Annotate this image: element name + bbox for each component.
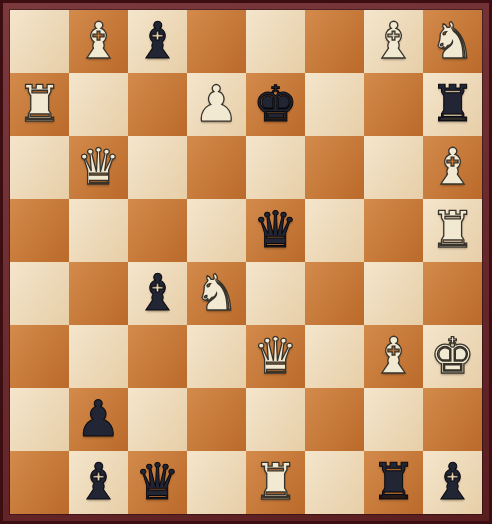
square-d4[interactable]: ♞ xyxy=(187,262,246,325)
square-c1[interactable]: ♛ xyxy=(128,451,187,514)
square-h8[interactable]: ♞ xyxy=(423,10,482,73)
square-h2[interactable] xyxy=(423,388,482,451)
square-f7[interactable] xyxy=(305,73,364,136)
square-h1[interactable]: ♝ xyxy=(423,451,482,514)
white-knight-piece[interactable]: ♞ xyxy=(194,262,239,325)
square-f3[interactable] xyxy=(305,325,364,388)
square-d7[interactable]: ♟ xyxy=(187,73,246,136)
black-bishop-piece[interactable]: ♝ xyxy=(430,451,475,514)
square-f4[interactable] xyxy=(305,262,364,325)
square-a1[interactable] xyxy=(10,451,69,514)
square-g5[interactable] xyxy=(364,199,423,262)
square-g6[interactable] xyxy=(364,136,423,199)
black-pawn-piece[interactable]: ♟ xyxy=(76,388,121,451)
white-pawn-piece[interactable]: ♟ xyxy=(194,73,239,136)
square-a6[interactable] xyxy=(10,136,69,199)
square-g3[interactable]: ♝ xyxy=(364,325,423,388)
square-c3[interactable] xyxy=(128,325,187,388)
board-frame: ♝♝♝♞♜♟♚♜♛♝♛♜♝♞♛♝♚♟♝♛♜♜♝ xyxy=(0,0,492,524)
black-rook-piece[interactable]: ♜ xyxy=(430,73,475,136)
square-d2[interactable] xyxy=(187,388,246,451)
square-d1[interactable] xyxy=(187,451,246,514)
square-a4[interactable] xyxy=(10,262,69,325)
square-h7[interactable]: ♜ xyxy=(423,73,482,136)
square-e7[interactable]: ♚ xyxy=(246,73,305,136)
square-f2[interactable] xyxy=(305,388,364,451)
square-f5[interactable] xyxy=(305,199,364,262)
white-bishop-piece[interactable]: ♝ xyxy=(371,325,416,388)
square-g2[interactable] xyxy=(364,388,423,451)
square-b4[interactable] xyxy=(69,262,128,325)
square-a5[interactable] xyxy=(10,199,69,262)
square-b7[interactable] xyxy=(69,73,128,136)
square-d8[interactable] xyxy=(187,10,246,73)
square-e6[interactable] xyxy=(246,136,305,199)
black-rook-piece[interactable]: ♜ xyxy=(371,451,416,514)
square-a2[interactable] xyxy=(10,388,69,451)
square-h3[interactable]: ♚ xyxy=(423,325,482,388)
white-rook-piece[interactable]: ♜ xyxy=(253,451,298,514)
white-king-piece[interactable]: ♚ xyxy=(430,325,475,388)
square-g8[interactable]: ♝ xyxy=(364,10,423,73)
square-b8[interactable]: ♝ xyxy=(69,10,128,73)
square-b5[interactable] xyxy=(69,199,128,262)
white-queen-piece[interactable]: ♛ xyxy=(253,325,298,388)
black-bishop-piece[interactable]: ♝ xyxy=(135,262,180,325)
square-e1[interactable]: ♜ xyxy=(246,451,305,514)
square-e2[interactable] xyxy=(246,388,305,451)
white-queen-piece[interactable]: ♛ xyxy=(76,136,121,199)
square-e4[interactable] xyxy=(246,262,305,325)
white-rook-piece[interactable]: ♜ xyxy=(430,199,475,262)
square-g7[interactable] xyxy=(364,73,423,136)
square-c5[interactable] xyxy=(128,199,187,262)
square-b1[interactable]: ♝ xyxy=(69,451,128,514)
white-bishop-piece[interactable]: ♝ xyxy=(76,10,121,73)
square-c8[interactable]: ♝ xyxy=(128,10,187,73)
square-e3[interactable]: ♛ xyxy=(246,325,305,388)
square-d3[interactable] xyxy=(187,325,246,388)
white-bishop-piece[interactable]: ♝ xyxy=(371,10,416,73)
square-f6[interactable] xyxy=(305,136,364,199)
white-knight-piece[interactable]: ♞ xyxy=(430,10,475,73)
square-h5[interactable]: ♜ xyxy=(423,199,482,262)
black-king-piece[interactable]: ♚ xyxy=(253,73,298,136)
square-h6[interactable]: ♝ xyxy=(423,136,482,199)
square-f8[interactable] xyxy=(305,10,364,73)
square-c2[interactable] xyxy=(128,388,187,451)
square-d5[interactable] xyxy=(187,199,246,262)
black-queen-piece[interactable]: ♛ xyxy=(135,451,180,514)
square-h4[interactable] xyxy=(423,262,482,325)
black-queen-piece[interactable]: ♛ xyxy=(253,199,298,262)
square-c4[interactable]: ♝ xyxy=(128,262,187,325)
square-d6[interactable] xyxy=(187,136,246,199)
square-b3[interactable] xyxy=(69,325,128,388)
white-rook-piece[interactable]: ♜ xyxy=(17,73,62,136)
square-b2[interactable]: ♟ xyxy=(69,388,128,451)
square-e8[interactable] xyxy=(246,10,305,73)
square-c6[interactable] xyxy=(128,136,187,199)
black-bishop-piece[interactable]: ♝ xyxy=(76,451,121,514)
square-e5[interactable]: ♛ xyxy=(246,199,305,262)
square-f1[interactable] xyxy=(305,451,364,514)
square-a3[interactable] xyxy=(10,325,69,388)
square-a8[interactable] xyxy=(10,10,69,73)
square-a7[interactable]: ♜ xyxy=(10,73,69,136)
square-b6[interactable]: ♛ xyxy=(69,136,128,199)
square-g1[interactable]: ♜ xyxy=(364,451,423,514)
square-c7[interactable] xyxy=(128,73,187,136)
chess-board: ♝♝♝♞♜♟♚♜♛♝♛♜♝♞♛♝♚♟♝♛♜♜♝ xyxy=(10,10,482,514)
white-bishop-piece[interactable]: ♝ xyxy=(430,136,475,199)
black-bishop-piece[interactable]: ♝ xyxy=(135,10,180,73)
square-g4[interactable] xyxy=(364,262,423,325)
